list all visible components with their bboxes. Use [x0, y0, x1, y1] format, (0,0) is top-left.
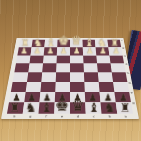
black-rook[interactable]: ♜	[117, 102, 133, 114]
file-label: b	[102, 114, 118, 118]
square-e8[interactable]: ♚	[54, 102, 70, 113]
file-label: g	[22, 114, 38, 118]
square-b8[interactable]: ♞	[101, 102, 118, 113]
wooden-table: ♜♞♝♚♛♝♞♜♟♟♟♟♟♟♟♟♟♟♟♟♟♟♟♟♜♞♝♚♛♝♞♜ hgfedcb…	[0, 0, 141, 141]
square-d8[interactable]: ♛	[70, 102, 86, 113]
black-knight[interactable]: ♞	[102, 101, 118, 114]
square-h4[interactable]	[14, 64, 29, 73]
square-d2[interactable]: ♟	[70, 47, 83, 55]
black-king[interactable]: ♚	[54, 98, 70, 114]
black-bishop[interactable]: ♝	[38, 101, 54, 114]
square-e4[interactable]	[56, 64, 70, 73]
square-b6[interactable]	[99, 82, 115, 92]
square-f5[interactable]	[41, 72, 56, 81]
square-g8[interactable]: ♞	[23, 102, 40, 113]
square-e2[interactable]: ♟	[57, 47, 70, 55]
file-label: a	[117, 114, 133, 118]
square-f8[interactable]: ♝	[38, 102, 54, 113]
white-pawn[interactable]: ♟	[17, 47, 30, 55]
black-rook[interactable]: ♜	[7, 102, 23, 114]
square-h8[interactable]: ♜	[7, 102, 24, 113]
black-bishop[interactable]: ♝	[86, 101, 102, 114]
square-g5[interactable]	[27, 72, 42, 81]
square-f3[interactable]	[43, 55, 57, 63]
white-pawn[interactable]: ♟	[109, 47, 122, 55]
square-f6[interactable]	[40, 82, 55, 92]
square-e3[interactable]	[56, 55, 70, 63]
square-a8[interactable]: ♜	[116, 102, 133, 113]
square-c4[interactable]	[84, 64, 98, 73]
file-label: f	[38, 114, 54, 118]
square-c2[interactable]: ♟	[83, 47, 96, 55]
black-queen[interactable]: ♛	[70, 99, 86, 114]
square-d4[interactable]	[70, 64, 84, 73]
square-a2[interactable]: ♟	[108, 47, 122, 55]
square-g3[interactable]	[29, 55, 43, 63]
square-d6[interactable]	[70, 82, 85, 92]
file-label: h	[6, 114, 22, 118]
square-f4[interactable]	[42, 64, 56, 73]
square-d5[interactable]	[70, 72, 84, 81]
square-c3[interactable]	[83, 55, 97, 63]
rank-label: 6	[127, 82, 133, 92]
square-f2[interactable]: ♟	[44, 47, 57, 55]
white-pawn[interactable]: ♟	[31, 47, 44, 55]
file-label: c	[86, 114, 102, 118]
square-g6[interactable]	[26, 82, 42, 92]
white-king[interactable]: ♚	[57, 34, 70, 47]
white-pawn[interactable]: ♟	[57, 47, 70, 55]
square-b5[interactable]	[98, 72, 113, 81]
square-g2[interactable]: ♟	[31, 47, 45, 55]
square-h5[interactable]	[13, 72, 29, 81]
black-knight[interactable]: ♞	[23, 101, 39, 114]
square-b4[interactable]	[97, 64, 112, 73]
square-d3[interactable]	[70, 55, 84, 63]
square-h3[interactable]	[16, 55, 31, 63]
file-labels: hgfedcba	[6, 114, 134, 118]
white-pawn[interactable]: ♟	[70, 47, 83, 55]
square-c5[interactable]	[84, 72, 99, 81]
chess-board-grid: ♜♞♝♚♛♝♞♜♟♟♟♟♟♟♟♟♟♟♟♟♟♟♟♟♜♞♝♚♛♝♞♜	[7, 40, 133, 114]
square-b3[interactable]	[96, 55, 110, 63]
white-pawn[interactable]: ♟	[96, 47, 109, 55]
square-h6[interactable]	[11, 82, 27, 92]
photo-scene: ♜♞♝♚♛♝♞♜♟♟♟♟♟♟♟♟♟♟♟♟♟♟♟♟♜♞♝♚♛♝♞♜ hgfedcb…	[0, 0, 141, 141]
square-c6[interactable]	[84, 82, 99, 92]
white-pawn[interactable]: ♟	[83, 47, 96, 55]
square-e5[interactable]	[56, 72, 70, 81]
file-label: e	[54, 114, 70, 118]
chess-board: ♜♞♝♚♛♝♞♜♟♟♟♟♟♟♟♟♟♟♟♟♟♟♟♟♜♞♝♚♛♝♞♜ hgfedcb…	[1, 38, 139, 119]
square-e6[interactable]	[55, 82, 70, 92]
file-label: d	[70, 114, 86, 118]
white-pawn[interactable]: ♟	[44, 47, 57, 55]
square-h2[interactable]: ♟	[17, 47, 31, 55]
square-c8[interactable]: ♝	[85, 102, 101, 113]
square-a4[interactable]	[111, 64, 126, 73]
square-b2[interactable]: ♟	[96, 47, 110, 55]
square-g4[interactable]	[28, 64, 43, 73]
